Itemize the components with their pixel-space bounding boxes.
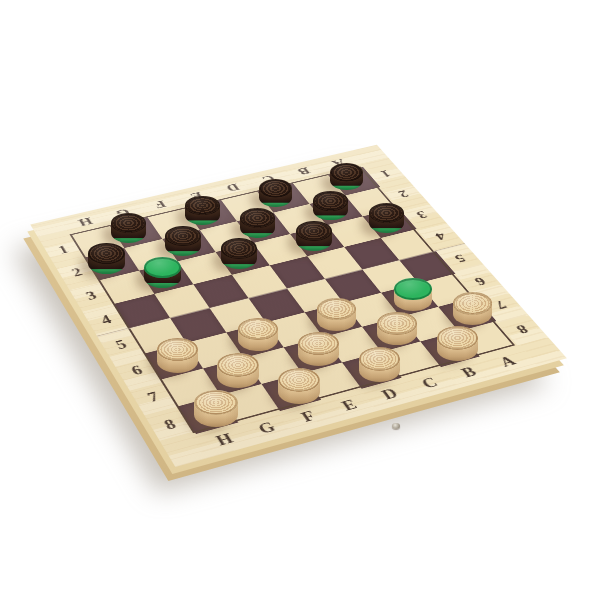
piece-light-g7[interactable] [217, 353, 259, 388]
piece-top [359, 347, 401, 371]
piece-dark-a1[interactable] [330, 163, 363, 191]
piece-top [453, 292, 492, 314]
piece-green-dark-g3[interactable] [144, 257, 181, 288]
piece-top [296, 221, 332, 241]
piece-top-green [144, 257, 181, 278]
piece-top [330, 163, 363, 182]
piece-dark-e1[interactable] [185, 196, 220, 225]
piece-top [369, 203, 404, 223]
piece-dark-g1[interactable] [111, 213, 146, 243]
piece-top [313, 191, 347, 211]
piece-light-h8[interactable] [194, 390, 238, 427]
piece-dark-d2[interactable] [240, 208, 275, 238]
piece-light-h6[interactable] [157, 338, 198, 373]
piece-green-light-b6[interactable] [394, 278, 432, 310]
piece-dark-h2[interactable] [88, 243, 125, 274]
piece-light-e7[interactable] [298, 332, 339, 366]
hinge-screw [392, 423, 400, 429]
piece-top [317, 298, 356, 320]
product-photo-stage: HHGGFFEEDDCCBBAA1122334455667788 [0, 0, 600, 600]
piece-top [217, 353, 259, 377]
piece-light-f8[interactable] [278, 368, 321, 404]
piece-light-a7[interactable] [453, 292, 492, 325]
piece-light-f6[interactable] [238, 318, 278, 352]
piece-light-c7[interactable] [377, 312, 417, 346]
piece-top [377, 312, 417, 335]
piece-dark-b2[interactable] [313, 191, 347, 220]
piece-dark-c3[interactable] [296, 221, 332, 251]
piece-top [111, 213, 146, 233]
piece-light-d8[interactable] [359, 347, 401, 382]
piece-top [194, 390, 238, 415]
piece-dark-e3[interactable] [221, 238, 258, 269]
piece-top [437, 326, 478, 349]
piece-light-b8[interactable] [437, 326, 478, 360]
piece-dark-f2[interactable] [165, 226, 201, 256]
piece-dark-c1[interactable] [259, 179, 293, 207]
piece-dark-a3[interactable] [369, 203, 404, 232]
piece-light-d6[interactable] [317, 298, 356, 331]
piece-top [165, 226, 201, 246]
